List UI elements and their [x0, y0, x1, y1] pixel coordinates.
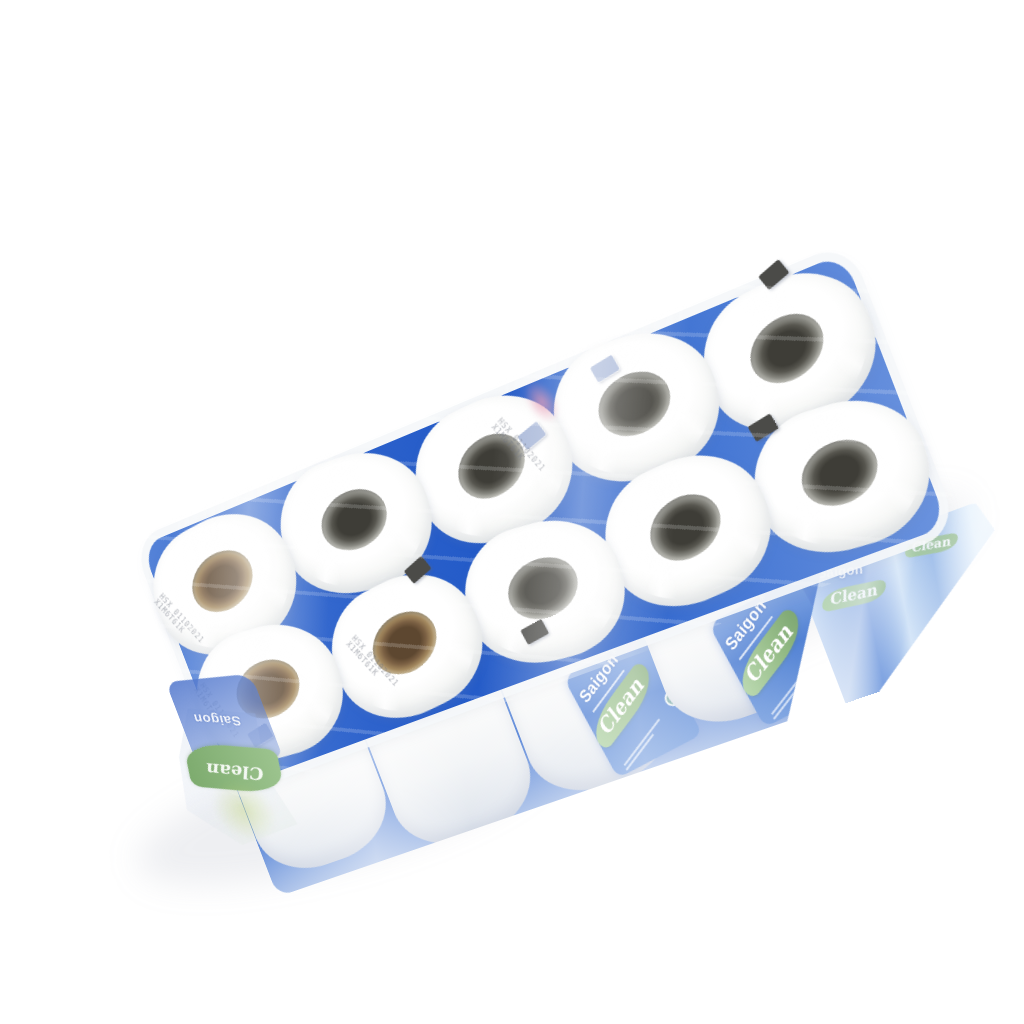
label-finetext	[773, 682, 803, 720]
toilet-paper-pack: Saigon Clean Saigon® Clean Saigon® Clean…	[141, 253, 995, 897]
roll-core-dark	[637, 480, 733, 574]
dark-square-sticker	[520, 619, 549, 645]
label-finetext	[623, 719, 659, 766]
roll-core-dark	[737, 299, 837, 397]
light-square-sticker	[590, 355, 620, 383]
roll-core-dark	[311, 477, 397, 562]
brand-wordmark: Saigon	[192, 712, 242, 729]
label-finetext	[771, 666, 809, 715]
label-finetext	[625, 734, 653, 771]
variant-wordmark: Clean	[819, 579, 889, 612]
photo-canvas: Saigon Clean Saigon® Clean Saigon® Clean…	[0, 0, 1024, 1024]
roll-core-dark	[498, 545, 588, 630]
roll-core-dark	[790, 426, 889, 518]
dark-square-sticker	[758, 259, 789, 290]
